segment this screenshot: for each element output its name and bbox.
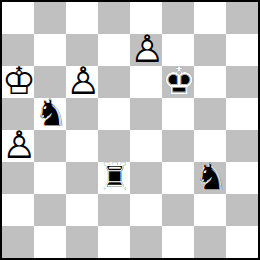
black-knight-piece-outline: ♘ xyxy=(194,162,226,194)
square-d3[interactable]: ♜♖ xyxy=(98,162,130,194)
square-d6[interactable] xyxy=(98,66,130,98)
square-e5[interactable] xyxy=(130,98,162,130)
square-b1[interactable] xyxy=(34,226,66,258)
square-c4[interactable] xyxy=(66,130,98,162)
square-d2[interactable] xyxy=(98,194,130,226)
square-c5[interactable] xyxy=(66,98,98,130)
square-c2[interactable] xyxy=(66,194,98,226)
square-a8[interactable] xyxy=(2,2,34,34)
square-e6[interactable] xyxy=(130,66,162,98)
square-f5[interactable] xyxy=(162,98,194,130)
black-knight-piece-outline: ♘ xyxy=(34,98,66,130)
square-g2[interactable] xyxy=(194,194,226,226)
square-a3[interactable] xyxy=(2,162,34,194)
white-pawn-piece-outline: ♙ xyxy=(66,66,98,98)
square-a2[interactable] xyxy=(2,194,34,226)
square-g1[interactable] xyxy=(194,226,226,258)
white-pawn-piece-outline: ♙ xyxy=(130,34,162,66)
square-e7[interactable]: ♟♙ xyxy=(130,34,162,66)
square-f4[interactable] xyxy=(162,130,194,162)
black-king-piece-outline: ♔ xyxy=(162,66,194,98)
square-g6[interactable] xyxy=(194,66,226,98)
square-h1[interactable] xyxy=(226,226,258,258)
square-e3[interactable] xyxy=(130,162,162,194)
square-f8[interactable] xyxy=(162,2,194,34)
square-f1[interactable] xyxy=(162,226,194,258)
square-c6[interactable]: ♟♙ xyxy=(66,66,98,98)
square-a4[interactable]: ♟♙ xyxy=(2,130,34,162)
square-e4[interactable] xyxy=(130,130,162,162)
square-h6[interactable] xyxy=(226,66,258,98)
black-king-piece: ♚♔ xyxy=(162,66,194,98)
square-g5[interactable] xyxy=(194,98,226,130)
square-d7[interactable] xyxy=(98,34,130,66)
square-b5[interactable]: ♞♘ xyxy=(34,98,66,130)
square-e1[interactable] xyxy=(130,226,162,258)
square-a1[interactable] xyxy=(2,226,34,258)
square-g3[interactable]: ♞♘ xyxy=(194,162,226,194)
white-pawn-piece: ♟♙ xyxy=(66,66,98,98)
black-knight-piece: ♞♘ xyxy=(194,162,226,194)
white-pawn-piece: ♟♙ xyxy=(130,34,162,66)
square-h7[interactable] xyxy=(226,34,258,66)
square-h8[interactable] xyxy=(226,2,258,34)
white-pawn-piece-outline: ♙ xyxy=(2,130,34,162)
white-king-piece: ♚♔ xyxy=(2,66,34,98)
square-b7[interactable] xyxy=(34,34,66,66)
square-c1[interactable] xyxy=(66,226,98,258)
square-b2[interactable] xyxy=(34,194,66,226)
square-c3[interactable] xyxy=(66,162,98,194)
chess-board: ♟♙♚♔♟♙♚♔♞♘♟♙♜♖♞♘ xyxy=(2,2,258,258)
black-rook-piece-outline: ♖ xyxy=(98,162,130,194)
white-king-piece-outline: ♔ xyxy=(2,66,34,98)
square-a6[interactable]: ♚♔ xyxy=(2,66,34,98)
square-b8[interactable] xyxy=(34,2,66,34)
square-h5[interactable] xyxy=(226,98,258,130)
square-e2[interactable] xyxy=(130,194,162,226)
square-h2[interactable] xyxy=(226,194,258,226)
square-b4[interactable] xyxy=(34,130,66,162)
square-g7[interactable] xyxy=(194,34,226,66)
white-pawn-piece: ♟♙ xyxy=(2,130,34,162)
square-b3[interactable] xyxy=(34,162,66,194)
square-h3[interactable] xyxy=(226,162,258,194)
square-h4[interactable] xyxy=(226,130,258,162)
square-f3[interactable] xyxy=(162,162,194,194)
square-d5[interactable] xyxy=(98,98,130,130)
square-f2[interactable] xyxy=(162,194,194,226)
square-c8[interactable] xyxy=(66,2,98,34)
square-d8[interactable] xyxy=(98,2,130,34)
square-f6[interactable]: ♚♔ xyxy=(162,66,194,98)
black-rook-piece: ♜♖ xyxy=(98,162,130,194)
chess-diagram: ♟♙♚♔♟♙♚♔♞♘♟♙♜♖♞♘ xyxy=(0,0,260,260)
black-knight-piece: ♞♘ xyxy=(34,98,66,130)
square-g8[interactable] xyxy=(194,2,226,34)
square-d1[interactable] xyxy=(98,226,130,258)
